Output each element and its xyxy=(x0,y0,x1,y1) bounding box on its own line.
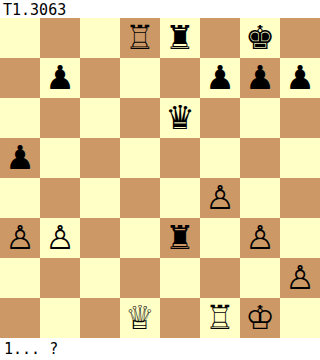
square-b2[interactable] xyxy=(40,258,80,298)
square-b5[interactable] xyxy=(40,138,80,178)
square-f1[interactable]: ♖ xyxy=(200,298,240,338)
square-g3[interactable]: ♙ xyxy=(240,218,280,258)
square-b3[interactable]: ♙ xyxy=(40,218,80,258)
square-d2[interactable] xyxy=(120,258,160,298)
square-c7[interactable] xyxy=(80,58,120,98)
piece-black-pawn: ♟ xyxy=(245,58,275,98)
chess-app-window: T1.3063 ♖♜♚♟♟♟♟♛♟♙♙♙♜♙♙♕♖♔ 1... ? xyxy=(0,0,320,360)
square-c1[interactable] xyxy=(80,298,120,338)
piece-white-pawn: ♙ xyxy=(5,218,35,258)
square-e5[interactable] xyxy=(160,138,200,178)
square-f3[interactable] xyxy=(200,218,240,258)
square-d8[interactable]: ♖ xyxy=(120,18,160,58)
piece-white-king: ♔ xyxy=(245,298,275,338)
square-b4[interactable] xyxy=(40,178,80,218)
piece-black-king: ♚ xyxy=(245,18,275,58)
square-d5[interactable] xyxy=(120,138,160,178)
square-a7[interactable] xyxy=(0,58,40,98)
piece-black-rook: ♜ xyxy=(165,18,195,58)
piece-black-pawn: ♟ xyxy=(45,58,75,98)
square-h8[interactable] xyxy=(280,18,320,58)
square-a8[interactable] xyxy=(0,18,40,58)
square-c3[interactable] xyxy=(80,218,120,258)
piece-black-queen: ♛ xyxy=(165,98,195,138)
square-c6[interactable] xyxy=(80,98,120,138)
square-b7[interactable]: ♟ xyxy=(40,58,80,98)
square-b8[interactable] xyxy=(40,18,80,58)
square-d1[interactable]: ♕ xyxy=(120,298,160,338)
square-c4[interactable] xyxy=(80,178,120,218)
square-a1[interactable] xyxy=(0,298,40,338)
square-f4[interactable]: ♙ xyxy=(200,178,240,218)
square-g1[interactable]: ♔ xyxy=(240,298,280,338)
square-c2[interactable] xyxy=(80,258,120,298)
move-prompt: 1... ? xyxy=(4,340,58,358)
piece-white-rook: ♖ xyxy=(125,18,155,58)
square-h5[interactable] xyxy=(280,138,320,178)
square-h3[interactable] xyxy=(280,218,320,258)
piece-white-pawn: ♙ xyxy=(205,178,235,218)
square-d6[interactable] xyxy=(120,98,160,138)
square-g7[interactable]: ♟ xyxy=(240,58,280,98)
square-c5[interactable] xyxy=(80,138,120,178)
square-g2[interactable] xyxy=(240,258,280,298)
square-e1[interactable] xyxy=(160,298,200,338)
square-h1[interactable] xyxy=(280,298,320,338)
chess-board: ♖♜♚♟♟♟♟♛♟♙♙♙♜♙♙♕♖♔ xyxy=(0,18,320,338)
square-h4[interactable] xyxy=(280,178,320,218)
square-a4[interactable] xyxy=(0,178,40,218)
square-f6[interactable] xyxy=(200,98,240,138)
square-e2[interactable] xyxy=(160,258,200,298)
piece-black-pawn: ♟ xyxy=(205,58,235,98)
piece-white-pawn: ♙ xyxy=(245,218,275,258)
square-a3[interactable]: ♙ xyxy=(0,218,40,258)
piece-black-pawn: ♟ xyxy=(285,58,315,98)
piece-white-rook: ♖ xyxy=(205,298,235,338)
square-f5[interactable] xyxy=(200,138,240,178)
square-g4[interactable] xyxy=(240,178,280,218)
piece-black-rook: ♜ xyxy=(165,218,195,258)
square-g6[interactable] xyxy=(240,98,280,138)
square-a5[interactable]: ♟ xyxy=(0,138,40,178)
square-f8[interactable] xyxy=(200,18,240,58)
square-h7[interactable]: ♟ xyxy=(280,58,320,98)
square-g5[interactable] xyxy=(240,138,280,178)
square-d3[interactable] xyxy=(120,218,160,258)
square-b6[interactable] xyxy=(40,98,80,138)
square-h2[interactable]: ♙ xyxy=(280,258,320,298)
square-d7[interactable] xyxy=(120,58,160,98)
square-e8[interactable]: ♜ xyxy=(160,18,200,58)
piece-white-pawn: ♙ xyxy=(285,258,315,298)
piece-white-pawn: ♙ xyxy=(45,218,75,258)
square-a6[interactable] xyxy=(0,98,40,138)
square-e7[interactable] xyxy=(160,58,200,98)
piece-black-pawn: ♟ xyxy=(5,138,35,178)
square-e4[interactable] xyxy=(160,178,200,218)
square-e3[interactable]: ♜ xyxy=(160,218,200,258)
square-d4[interactable] xyxy=(120,178,160,218)
square-h6[interactable] xyxy=(280,98,320,138)
square-e6[interactable]: ♛ xyxy=(160,98,200,138)
square-f7[interactable]: ♟ xyxy=(200,58,240,98)
square-c8[interactable] xyxy=(80,18,120,58)
square-a2[interactable] xyxy=(0,258,40,298)
puzzle-title: T1.3063 xyxy=(3,1,66,19)
piece-white-queen: ♕ xyxy=(125,298,155,338)
square-b1[interactable] xyxy=(40,298,80,338)
square-g8[interactable]: ♚ xyxy=(240,18,280,58)
square-f2[interactable] xyxy=(200,258,240,298)
